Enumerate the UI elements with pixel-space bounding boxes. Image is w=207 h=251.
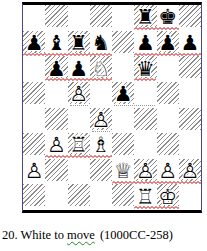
square-e3 — [112, 133, 134, 159]
gray-dotted-underline — [70, 105, 88, 106]
square-e7 — [112, 31, 134, 57]
caption-source: (1000CC-258) — [97, 228, 173, 242]
square-d8 — [90, 5, 112, 31]
square-g2: ♙ — [157, 159, 179, 185]
piece-black-pawn-a7: ♟ — [25, 33, 44, 54]
square-a4 — [23, 108, 45, 134]
gray-dotted-underline — [92, 131, 110, 132]
square-g8: ♚ — [157, 5, 179, 31]
piece-black-knight-d7: ♞ — [91, 33, 110, 54]
square-h2: ♙ — [179, 159, 201, 185]
square-e5: ♟ — [112, 82, 134, 108]
square-h4 — [179, 108, 201, 134]
square-a5 — [23, 82, 45, 108]
square-f3 — [134, 133, 156, 159]
square-c2 — [68, 159, 90, 185]
square-e6 — [112, 56, 134, 82]
square-b7: ♝ — [45, 31, 67, 57]
square-c6: ♟ — [68, 56, 90, 82]
square-f4 — [134, 108, 156, 134]
square-h6 — [179, 56, 201, 82]
square-e2: ♕ — [112, 159, 134, 185]
piece-white-pawn-b3: ♙ — [47, 135, 66, 156]
square-d4: ♙ — [90, 108, 112, 134]
square-f6: ♛ — [134, 56, 156, 82]
piece-black-king-g8: ♚ — [158, 7, 177, 28]
square-d1 — [90, 184, 112, 210]
square-b3: ♙ — [45, 133, 67, 159]
piece-black-queen-f6: ♛ — [136, 59, 155, 80]
square-b5 — [45, 82, 67, 108]
square-b1 — [45, 184, 67, 210]
piece-black-pawn-e5: ♟ — [114, 84, 133, 105]
piece-white-queen-e2: ♕ — [114, 161, 133, 182]
piece-white-bishop-d3: ♗ — [91, 135, 110, 156]
square-c7: ♜ — [68, 31, 90, 57]
square-f5 — [134, 82, 156, 108]
square-e1 — [112, 184, 134, 210]
square-f2: ♙ — [134, 159, 156, 185]
square-a1 — [23, 184, 45, 210]
gray-dotted-underline — [114, 105, 155, 106]
square-a3 — [23, 133, 45, 159]
square-c3: ♖ — [68, 133, 90, 159]
square-a8 — [23, 5, 45, 31]
square-c4 — [68, 108, 90, 134]
piece-black-pawn-g7: ♟ — [158, 33, 177, 54]
square-c1 — [68, 184, 90, 210]
square-f7: ♟ — [134, 31, 156, 57]
piece-white-pawn-h2: ♙ — [180, 161, 199, 182]
square-f8: ♜ — [134, 5, 156, 31]
square-d3: ♗ — [90, 133, 112, 159]
board-frame: ♜♚♟♝♜♞♟♟♟♟♟♘♛♙♟♙♙♖♗♙♕♙♙♙♖♔ — [22, 2, 202, 213]
square-g5 — [157, 82, 179, 108]
chess-board: ♜♚♟♝♜♞♟♟♟♟♟♘♛♙♟♙♙♖♗♙♕♙♙♙♖♔ — [23, 5, 201, 210]
square-g4 — [157, 108, 179, 134]
piece-white-pawn-d4: ♙ — [91, 110, 110, 131]
piece-black-rook-c7: ♜ — [69, 33, 88, 54]
square-d2 — [90, 159, 112, 185]
piece-black-pawn-h7: ♟ — [180, 33, 199, 54]
square-a6 — [23, 56, 45, 82]
square-b4 — [45, 108, 67, 134]
piece-white-pawn-c5: ♙ — [69, 84, 88, 105]
square-g3 — [157, 133, 179, 159]
square-e4 — [112, 108, 134, 134]
square-h3 — [179, 133, 201, 159]
square-b6: ♟ — [45, 56, 67, 82]
chess-diagram-page: ♜♚♟♝♜♞♟♟♟♟♟♘♛♙♟♙♙♖♗♙♕♙♙♙♖♔ 20. White to … — [0, 0, 207, 251]
square-e8 — [112, 5, 134, 31]
square-a7: ♟ — [23, 31, 45, 57]
square-c8 — [68, 5, 90, 31]
piece-white-pawn-g2: ♙ — [158, 161, 177, 182]
piece-black-pawn-c6: ♟ — [69, 59, 88, 80]
piece-white-king-g1: ♔ — [158, 187, 177, 208]
square-h1 — [179, 184, 201, 210]
square-h8 — [179, 5, 201, 31]
piece-white-rook-c3: ♖ — [69, 135, 88, 156]
square-g7: ♟ — [157, 31, 179, 57]
caption-prefix: 20. White to — [2, 228, 67, 242]
square-g6 — [157, 56, 179, 82]
piece-black-pawn-b6: ♟ — [47, 59, 66, 80]
square-d7: ♞ — [90, 31, 112, 57]
piece-black-rook-f8: ♜ — [136, 7, 155, 28]
square-c5: ♙ — [68, 82, 90, 108]
piece-white-pawn-f2: ♙ — [136, 161, 155, 182]
square-d6: ♘ — [90, 56, 112, 82]
square-d5 — [90, 82, 112, 108]
square-f1: ♖ — [134, 184, 156, 210]
caption-word-grammar-underline: move — [67, 228, 97, 242]
square-b8 — [45, 5, 67, 31]
piece-black-pawn-f7: ♟ — [136, 33, 155, 54]
caption: 20. White to move (1000CC-258) — [2, 228, 205, 243]
piece-white-knight-d6: ♘ — [91, 59, 110, 80]
square-h7: ♟ — [179, 31, 201, 57]
piece-white-pawn-a2: ♙ — [25, 161, 44, 182]
piece-white-rook-f1: ♖ — [136, 187, 155, 208]
square-a2: ♙ — [23, 159, 45, 185]
square-g1: ♔ — [157, 184, 179, 210]
square-h5 — [179, 82, 201, 108]
square-b2 — [45, 159, 67, 185]
piece-black-bishop-b7: ♝ — [47, 33, 66, 54]
